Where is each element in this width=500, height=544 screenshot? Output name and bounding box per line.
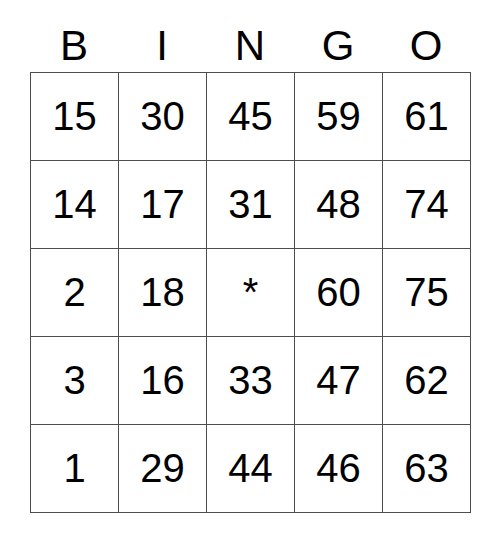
cell-r2c1[interactable]: 18 (119, 249, 207, 337)
cell-r0c1[interactable]: 30 (119, 73, 207, 161)
cell-r2c0[interactable]: 2 (31, 249, 119, 337)
bingo-board: 15 30 45 59 61 14 17 31 48 74 2 18 * 60 … (30, 72, 471, 513)
bingo-card: B I N G O 15 30 45 59 61 14 17 31 48 74 … (30, 0, 471, 513)
cell-r0c2[interactable]: 45 (207, 73, 295, 161)
cell-r0c0[interactable]: 15 (31, 73, 119, 161)
cell-r4c4[interactable]: 63 (383, 425, 471, 513)
bingo-header: B I N G O (30, 0, 471, 72)
cell-r0c3[interactable]: 59 (295, 73, 383, 161)
cell-r4c1[interactable]: 29 (119, 425, 207, 513)
header-letter-i: I (156, 25, 168, 67)
header-letter-n: N (235, 25, 265, 67)
cell-r1c0[interactable]: 14 (31, 161, 119, 249)
cell-r2c3[interactable]: 60 (295, 249, 383, 337)
cell-r1c2[interactable]: 31 (207, 161, 295, 249)
cell-r4c3[interactable]: 46 (295, 425, 383, 513)
cell-r3c3[interactable]: 47 (295, 337, 383, 425)
cell-r2c4[interactable]: 75 (383, 249, 471, 337)
cell-r1c4[interactable]: 74 (383, 161, 471, 249)
header-letter-g: G (322, 25, 355, 67)
cell-r0c4[interactable]: 61 (383, 73, 471, 161)
cell-r3c1[interactable]: 16 (119, 337, 207, 425)
cell-r4c2[interactable]: 44 (207, 425, 295, 513)
cell-r4c0[interactable]: 1 (31, 425, 119, 513)
cell-r1c3[interactable]: 48 (295, 161, 383, 249)
header-letter-o: O (410, 25, 443, 67)
cell-r3c0[interactable]: 3 (31, 337, 119, 425)
cell-r3c2[interactable]: 33 (207, 337, 295, 425)
cell-r2c2-free-space[interactable]: * (207, 249, 295, 337)
header-letter-b: B (60, 25, 88, 67)
cell-r1c1[interactable]: 17 (119, 161, 207, 249)
cell-r3c4[interactable]: 62 (383, 337, 471, 425)
